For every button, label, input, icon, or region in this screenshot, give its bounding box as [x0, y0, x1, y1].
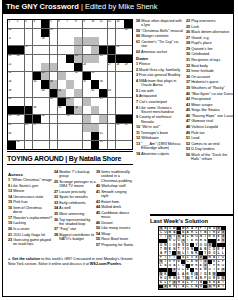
- grid-cell-black: [91, 80, 99, 88]
- grid-cell[interactable]: [91, 46, 99, 54]
- grid-cell[interactable]: [25, 29, 33, 37]
- grid-cell[interactable]: [116, 80, 124, 88]
- grid-cell[interactable]: [58, 46, 66, 54]
- grid-cell[interactable]: [108, 72, 116, 80]
- grid-cell[interactable]: [91, 63, 99, 71]
- grid-cell[interactable]: [108, 115, 116, 123]
- solution-cell: N: [172, 285, 176, 289]
- clue: 13 Minute: [13, 189, 52, 193]
- grid-cell[interactable]: [74, 46, 82, 54]
- grid-cell[interactable]: 49: [58, 106, 66, 114]
- grid-cell[interactable]: [83, 98, 91, 106]
- grid-cell[interactable]: 1: [8, 20, 16, 28]
- grid-cell[interactable]: [50, 63, 58, 71]
- clue: 61 Costner's "Tin Cup" co-star: [141, 40, 183, 49]
- clue: 42 Precipitated: [191, 97, 234, 101]
- solution-cell: Y: [221, 285, 225, 289]
- clue: 9 Like Santa's grin: [13, 184, 52, 188]
- grid-cell[interactable]: [124, 106, 132, 114]
- grid-cell[interactable]: [33, 98, 41, 106]
- grid-cell[interactable]: [58, 55, 66, 63]
- grid-cell[interactable]: 58: [116, 124, 124, 132]
- grid-cell[interactable]: 18: [41, 37, 49, 45]
- grid-cell[interactable]: 20: [116, 46, 124, 54]
- grid-cell[interactable]: 16: [124, 29, 132, 37]
- grid-cell[interactable]: 21: [8, 55, 16, 63]
- grid-cell[interactable]: 63: [99, 141, 107, 149]
- grid-cell[interactable]: [99, 115, 107, 123]
- grid-cell[interactable]: 39: [8, 89, 16, 97]
- grid-cell[interactable]: [16, 63, 24, 71]
- clue: 44 Mulled drink: [101, 205, 134, 209]
- clue: 43 Minor scrape: [191, 103, 234, 107]
- grid-cell[interactable]: [50, 115, 58, 123]
- grid-cell[interactable]: [16, 98, 24, 106]
- grid-cell[interactable]: 4: [33, 20, 41, 28]
- grid-cell[interactable]: [33, 29, 41, 37]
- grid-cell[interactable]: 42: [91, 89, 99, 97]
- grid-cell[interactable]: [99, 124, 107, 132]
- grid-cell-black: [33, 72, 41, 80]
- grid-cell[interactable]: [50, 46, 58, 54]
- grid-cell[interactable]: 26: [83, 63, 91, 71]
- grid-cell[interactable]: 5: [50, 20, 58, 28]
- clue-column-right-1: 58 Muse often depicted with a lyre59 "Ch…: [136, 19, 183, 219]
- grid-cell[interactable]: [16, 72, 24, 80]
- grid-cell[interactable]: [99, 72, 107, 80]
- grid-cell[interactable]: [50, 55, 58, 63]
- grid-cell[interactable]: [50, 141, 58, 149]
- clue: 29 Quixote's foe: [191, 47, 234, 51]
- grid-cell[interactable]: [25, 80, 33, 88]
- grid-cell[interactable]: [25, 63, 33, 71]
- clue: 10 "We're out!": [141, 125, 183, 129]
- clue: 3 Five-star general Bradley: [141, 73, 183, 77]
- grid-cell[interactable]: [50, 72, 58, 80]
- grid-cell[interactable]: [33, 132, 41, 140]
- grid-cell[interactable]: [41, 141, 49, 149]
- edited-by: Edited by Mike Shenk: [85, 2, 158, 11]
- solution-cell: T: [177, 285, 181, 289]
- grid-cell[interactable]: [58, 132, 66, 140]
- grid-cell[interactable]: 62: [16, 141, 24, 149]
- clue: 17 Rooster's replacement?: [13, 216, 52, 220]
- grid-cell[interactable]: 53: [41, 115, 49, 123]
- grid-cell[interactable]: 43: [108, 89, 116, 97]
- grid-cell[interactable]: 32: [74, 72, 82, 80]
- grid-cell[interactable]: 57: [33, 124, 41, 132]
- grid-cell[interactable]: [91, 106, 99, 114]
- grid-cell[interactable]: 12: [108, 20, 116, 28]
- grid-cell[interactable]: [74, 115, 82, 123]
- grid-cell[interactable]: 9: [83, 20, 91, 28]
- clue-column-under-1: Across1 "White Christmas" image9 Like Sa…: [8, 170, 52, 258]
- clue: 54 Wasp: [101, 232, 134, 236]
- grid-cell-black: [99, 46, 107, 54]
- grid-cell[interactable]: 36: [50, 80, 58, 88]
- grid-cell[interactable]: [33, 63, 41, 71]
- clue-column-under-2: 24 Booker T's backup group25 Scrooge por…: [54, 170, 96, 258]
- clue: 36 Toy represented by the shaded loop: [59, 218, 96, 227]
- grid-cell[interactable]: 23: [74, 55, 82, 63]
- grid-cell[interactable]: [108, 132, 116, 140]
- clue: 16 Item of Christmas decor: [13, 206, 52, 215]
- grid-cell[interactable]: 6: [58, 20, 66, 28]
- solution-note: ► Get the solution to this week's GNY Cr…: [8, 257, 140, 266]
- grid-cell[interactable]: [83, 132, 91, 140]
- grid-cell[interactable]: [116, 106, 124, 114]
- grid-cell-black: [50, 89, 58, 97]
- grid-cell[interactable]: 15: [50, 29, 58, 37]
- grid-cell-black: [8, 106, 16, 114]
- grid-cell[interactable]: [41, 55, 49, 63]
- grid-cell[interactable]: [124, 89, 132, 97]
- clue: 12 Withdrawn: [141, 136, 183, 140]
- clue: 38 Biggest contributor to NATO's budget: [59, 233, 96, 242]
- grid-cell[interactable]: 59: [124, 124, 132, 132]
- clue: 46 "Raising Hope" star Lucas: [191, 114, 234, 118]
- grid-cell[interactable]: [41, 46, 49, 54]
- grid-cell[interactable]: 54: [66, 115, 74, 123]
- clue: 56 Much of the "Deck the Halls" refrain: [191, 153, 234, 162]
- grid-cell[interactable]: [58, 37, 66, 45]
- grid-cell-black: [16, 46, 24, 54]
- solution-rule: [150, 214, 234, 216]
- puzzle-byline: By Natalia Shore: [69, 155, 121, 162]
- grid-cell[interactable]: 50: [74, 106, 82, 114]
- grid-cell[interactable]: 41: [58, 89, 66, 97]
- clue: 55 Rose Bowl team: [101, 237, 134, 241]
- clue: 30 Celebrated: [191, 52, 234, 56]
- clue: 62 Amorous archer: [141, 50, 183, 54]
- grid-cell[interactable]: [91, 29, 99, 37]
- clue: 32 Spots for wreaths: [59, 195, 96, 199]
- clue: 47 Glamour rival: [191, 119, 234, 123]
- grid-cell[interactable]: 14: [8, 29, 16, 37]
- grid-cell[interactable]: [58, 115, 66, 123]
- clue: 22 Play overseers: [191, 19, 234, 23]
- grid-cell[interactable]: 13: [116, 20, 124, 28]
- grid-cell[interactable]: [50, 106, 58, 114]
- grid-cell[interactable]: 11: [99, 20, 107, 28]
- grid-cell-black: [124, 55, 132, 63]
- solution-cell: A: [217, 285, 221, 289]
- grid-cell[interactable]: 2: [16, 20, 24, 28]
- title-separator: |: [81, 2, 83, 11]
- grid-cell[interactable]: 25: [8, 63, 16, 71]
- grid-cell-black: [25, 115, 33, 123]
- grid-cell-black: [116, 55, 124, 63]
- grid-cell[interactable]: 17: [8, 37, 16, 45]
- grid-cell[interactable]: [41, 132, 49, 140]
- grid-cell[interactable]: [124, 141, 132, 149]
- grid-cell[interactable]: 7: [66, 20, 74, 28]
- clue: 23 Guessing game played on road trips: [13, 238, 52, 247]
- grid-cell[interactable]: [83, 46, 91, 54]
- clue: 37 "Fury" star: [59, 227, 96, 231]
- clue: 33 Early celebrants: [59, 201, 96, 205]
- grid-cell[interactable]: [83, 106, 91, 114]
- grid-cell-black: [124, 115, 132, 123]
- grid-cell[interactable]: [66, 124, 74, 132]
- grid-cell[interactable]: 8: [74, 20, 82, 28]
- last-week-solution-grid: SNOWWRAPPINGSCOMAEARLYBIRDSITSYSALMONTRE…: [158, 226, 226, 290]
- grid-cell[interactable]: [91, 124, 99, 132]
- grid-cell[interactable]: [25, 72, 33, 80]
- clue: 33 Inner fortitude: [191, 69, 234, 73]
- grid-cell[interactable]: [108, 141, 116, 149]
- grid-cell[interactable]: [25, 89, 33, 97]
- clue: 40 Workshop staff: [101, 184, 134, 188]
- page-title-bar: The GNY Crossword | Edited by Mike Shenk: [2, 0, 234, 14]
- clue: 45 Sings like Sinatra: [191, 108, 234, 112]
- grid-cell[interactable]: [74, 98, 82, 106]
- grid-cell-black: [74, 63, 82, 71]
- grid-cell[interactable]: [116, 98, 124, 106]
- grid-cell[interactable]: [124, 80, 132, 88]
- grid-cell[interactable]: [41, 63, 49, 71]
- grid-cell[interactable]: [83, 37, 91, 45]
- grid-cell[interactable]: [116, 89, 124, 97]
- grid-cell[interactable]: [66, 72, 74, 80]
- grid-cell[interactable]: [16, 132, 24, 140]
- grid-cell[interactable]: [50, 37, 58, 45]
- grid-cell[interactable]: 35: [33, 80, 41, 88]
- grid-cell-black: [99, 89, 107, 97]
- clue: 32 Boat body: [191, 64, 234, 68]
- grid-cell[interactable]: [83, 55, 91, 63]
- grid-cell[interactable]: [74, 37, 82, 45]
- grid-cell[interactable]: [33, 89, 41, 97]
- grid-cell[interactable]: [83, 89, 91, 97]
- grid-cell[interactable]: [58, 72, 66, 80]
- grid-cell[interactable]: [66, 89, 74, 97]
- clue: 50 Like many resorts: [101, 226, 134, 230]
- grid-cell[interactable]: [58, 29, 66, 37]
- grid-cell[interactable]: 33: [91, 72, 99, 80]
- clue: 34 As well: [59, 206, 96, 210]
- clue: 7 Cat's counterpart: [141, 100, 183, 104]
- grid-cell-black: [124, 20, 132, 28]
- grid-cell[interactable]: [91, 115, 99, 123]
- grid-cell[interactable]: [124, 37, 132, 45]
- grid-cell[interactable]: 40: [41, 89, 49, 97]
- grid-cell[interactable]: [25, 132, 33, 140]
- clue: 25 Scrooge portrayer in a 1984 TV movie: [59, 180, 96, 189]
- grid-cell[interactable]: [25, 55, 33, 63]
- grid-cell[interactable]: [66, 37, 74, 45]
- grid-cell[interactable]: 10: [91, 20, 99, 28]
- grid-cell-black: [41, 20, 49, 28]
- grid-cell[interactable]: [50, 124, 58, 132]
- grid-cell[interactable]: [16, 89, 24, 97]
- grid-cell[interactable]: 55: [8, 124, 16, 132]
- grid-cell[interactable]: [91, 37, 99, 45]
- grid-cell[interactable]: [66, 141, 74, 149]
- grid-cell[interactable]: [116, 141, 124, 149]
- clue: 51 Lead: [191, 136, 234, 140]
- grid-cell[interactable]: [58, 141, 66, 149]
- grid-cell-black: [41, 80, 49, 88]
- grid-cell[interactable]: 47: [99, 98, 107, 106]
- grid-cell[interactable]: [99, 63, 107, 71]
- grid-cell[interactable]: [66, 63, 74, 71]
- grid-cell[interactable]: [33, 46, 41, 54]
- grid-cell[interactable]: [74, 29, 82, 37]
- grid-cell[interactable]: [74, 124, 82, 132]
- grid-cell[interactable]: 51: [8, 115, 16, 123]
- grid-cell[interactable]: [108, 124, 116, 132]
- grid-cell[interactable]: [58, 80, 66, 88]
- solution-note-site: WSJ.com/Puzzles: [90, 262, 121, 266]
- grid-cell[interactable]: [41, 106, 49, 114]
- grid-cell[interactable]: [41, 98, 49, 106]
- grid-cell-black: [91, 141, 99, 149]
- grid-cell[interactable]: 34: [8, 80, 16, 88]
- grid-cell[interactable]: [16, 29, 24, 37]
- clue: 15 Pink hue: [13, 200, 52, 204]
- grid-cell[interactable]: [58, 63, 66, 71]
- grid-cell-black: [25, 106, 33, 114]
- grid-cell[interactable]: [74, 80, 82, 88]
- arrow-bullet-icon: ►: [8, 257, 11, 261]
- grid-cell[interactable]: 44: [8, 98, 16, 106]
- grid-cell[interactable]: 29: [124, 63, 132, 71]
- puzzle-title-block: TOYING AROUND | By Natalia Shore: [7, 151, 133, 165]
- grid-cell[interactable]: 38: [99, 80, 107, 88]
- grid-cell[interactable]: [108, 106, 116, 114]
- clue: 14 Unconscious state: [13, 195, 52, 199]
- grid-cell[interactable]: [66, 46, 74, 54]
- grid-cell[interactable]: [25, 37, 33, 45]
- clue-column-under-3: 39 Items traditionally cooked in a Chris…: [96, 170, 134, 258]
- grid-cell[interactable]: [108, 98, 116, 106]
- solution-note-lead: Get the solution: [12, 257, 40, 261]
- grid-cell-black: [58, 98, 66, 106]
- grid-cell-black: [33, 115, 41, 123]
- clue: 18 Absentee culprits: [141, 152, 183, 156]
- grid-cell[interactable]: 48: [33, 106, 41, 114]
- grid-cell[interactable]: 28: [116, 63, 124, 71]
- clue: 37 Hedonist's quest: [191, 80, 234, 84]
- grid-cell[interactable]: [83, 141, 91, 149]
- grid-cell[interactable]: [99, 29, 107, 37]
- solution-cell: S: [163, 285, 167, 289]
- grid-cell[interactable]: [91, 98, 99, 106]
- grid-cell[interactable]: [116, 132, 124, 140]
- grid-cell[interactable]: [25, 141, 33, 149]
- grid-cell[interactable]: 30: [8, 72, 16, 80]
- grid-cell[interactable]: 27: [108, 63, 116, 71]
- clue: 4 NBA team that plays in Oracle Arena: [141, 79, 183, 88]
- grid-cell[interactable]: [41, 124, 49, 132]
- grid-cell[interactable]: [124, 72, 132, 80]
- page-title: The GNY Crossword: [6, 2, 79, 11]
- grid-cell[interactable]: 46: [66, 98, 74, 106]
- crossword-page: The GNY Crossword | Edited by Mike Shenk…: [0, 0, 238, 300]
- crossword-grid[interactable]: 1234567891011121314151617181920212223242…: [7, 19, 133, 150]
- grid-cell[interactable]: [83, 115, 91, 123]
- grid-cell[interactable]: [16, 37, 24, 45]
- grid-cell[interactable]: [83, 29, 91, 37]
- grid-cell[interactable]: 3: [25, 20, 33, 28]
- grid-cell[interactable]: 56: [25, 124, 33, 132]
- grid-cell-black: [8, 46, 16, 54]
- grid-cell[interactable]: [66, 29, 74, 37]
- grid-cell[interactable]: 60: [8, 132, 16, 140]
- solution-cell: H: [212, 285, 216, 289]
- clue: 20 In a union: [13, 227, 52, 231]
- grid-cell[interactable]: [66, 80, 74, 88]
- grid-cell[interactable]: [116, 29, 124, 37]
- grid-cell[interactable]: [108, 29, 116, 37]
- grid-cell[interactable]: [16, 124, 24, 132]
- grid-cell[interactable]: [124, 132, 132, 140]
- grid-cell[interactable]: 19: [25, 46, 33, 54]
- clue: 27 Locate precisely: [59, 190, 96, 194]
- grid-cell-black: [41, 29, 49, 37]
- grid-cell[interactable]: [124, 98, 132, 106]
- clue: 40 "MacGyver" co-star Dana: [191, 92, 234, 96]
- grid-cell[interactable]: [66, 132, 74, 140]
- grid-cell[interactable]: [116, 37, 124, 45]
- clue: 43 Extort from: [101, 200, 134, 204]
- clue: 21 2011 Lady Gaga hit: [13, 233, 52, 237]
- grid-cell[interactable]: [116, 72, 124, 80]
- grid-cell[interactable]: [99, 106, 107, 114]
- grid-cell[interactable]: [50, 132, 58, 140]
- grid-cell[interactable]: [33, 141, 41, 149]
- grid-cell[interactable]: [108, 37, 116, 45]
- grid-cell[interactable]: 45: [50, 98, 58, 106]
- grid-cell[interactable]: [74, 141, 82, 149]
- solution-cell: L: [190, 285, 194, 289]
- grid-cell[interactable]: [99, 37, 107, 45]
- grid-cell[interactable]: [33, 55, 41, 63]
- grid-cell[interactable]: [58, 124, 66, 132]
- grid-cell[interactable]: 24: [99, 55, 107, 63]
- grid-cell[interactable]: [83, 124, 91, 132]
- grid-cell[interactable]: 22: [16, 55, 24, 63]
- clue: 39 Items traditionally cooked in a Chris…: [101, 170, 134, 183]
- clue: 57 Preparing for Santa: [101, 243, 134, 247]
- clue: 24 Booker T's backup group: [59, 170, 96, 179]
- grid-cell[interactable]: [108, 80, 116, 88]
- grid-cell[interactable]: 31: [41, 72, 49, 80]
- grid-cell[interactable]: [124, 46, 132, 54]
- solution-heading: Last Week's Solution: [150, 218, 234, 224]
- puzzle-title: TOYING AROUND: [7, 155, 64, 162]
- grid-cell[interactable]: 52: [16, 115, 24, 123]
- grid-cell[interactable]: [16, 80, 24, 88]
- grid-cell[interactable]: [74, 132, 82, 140]
- grid-cell[interactable]: [33, 37, 41, 45]
- grid-cell-black: [108, 46, 116, 54]
- grid-cell-black: [8, 141, 16, 149]
- grid-cell[interactable]: [25, 98, 33, 106]
- clue-list-heading: Down: [136, 56, 183, 61]
- solution-cell: A: [181, 285, 185, 289]
- clue: 49 Pale tan: [191, 131, 234, 135]
- clue: 26 Black denim alternative: [191, 30, 234, 34]
- grid-cell[interactable]: 37: [83, 80, 91, 88]
- clue: 8 Like some Victoria's Secret merchandis…: [141, 106, 183, 115]
- grid-cell[interactable]: 61: [99, 132, 107, 140]
- grid-cell[interactable]: [91, 55, 99, 63]
- clue: 48 Violinist Leopold: [191, 125, 234, 129]
- grid-cell[interactable]: [74, 89, 82, 97]
- clue: 11 Teenager's bane: [141, 131, 183, 135]
